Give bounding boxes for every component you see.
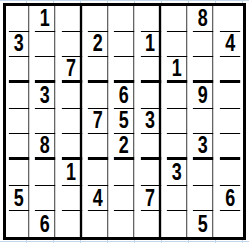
cell-r8c6[interactable]: 7 [141, 186, 162, 212]
cell-r7c1[interactable] [9, 160, 30, 186]
cell-r4c8[interactable]: 9 [193, 83, 214, 109]
cell-r3c8[interactable] [193, 57, 214, 83]
cell-r5c1[interactable] [9, 109, 30, 135]
cell-r2c5[interactable] [114, 32, 135, 58]
cell-r3c9[interactable] [220, 57, 241, 83]
cell-r4c3[interactable] [62, 83, 83, 109]
cell-r7c2[interactable] [35, 160, 56, 186]
page: 1832147136975382313547665 [0, 0, 249, 243]
cell-r1c9[interactable] [220, 6, 241, 32]
cell-r4c6[interactable] [141, 83, 162, 109]
cell-r6c6[interactable] [141, 134, 162, 160]
cell-r1c8[interactable]: 8 [193, 6, 214, 32]
cell-r3c4[interactable] [88, 57, 109, 83]
cell-r3c6[interactable] [141, 57, 162, 83]
cell-r9c9[interactable] [220, 211, 241, 237]
cell-r9c3[interactable] [62, 211, 83, 237]
cell-r4c9[interactable] [220, 83, 241, 109]
cell-r9c1[interactable] [9, 211, 30, 237]
sudoku-board: 1832147136975382313547665 [3, 3, 246, 240]
cell-r7c8[interactable] [193, 160, 214, 186]
cell-r9c4[interactable] [88, 211, 109, 237]
cell-r6c1[interactable] [9, 134, 30, 160]
cell-r7c3[interactable]: 1 [62, 160, 83, 186]
cell-r9c6[interactable] [141, 211, 162, 237]
cell-r4c4[interactable] [88, 83, 109, 109]
cell-r5c4[interactable]: 7 [88, 109, 109, 135]
cell-r3c2[interactable] [35, 57, 56, 83]
cell-r2c6[interactable]: 1 [141, 32, 162, 58]
cell-r5c9[interactable] [220, 109, 241, 135]
cell-r5c6[interactable]: 3 [141, 109, 162, 135]
cell-r8c2[interactable] [35, 186, 56, 212]
cell-r2c4[interactable]: 2 [88, 32, 109, 58]
cell-r3c5[interactable] [114, 57, 135, 83]
cell-r5c3[interactable] [62, 109, 83, 135]
cell-r6c5[interactable]: 2 [114, 134, 135, 160]
cell-r2c9[interactable]: 4 [220, 32, 241, 58]
cell-r4c2[interactable]: 3 [35, 83, 56, 109]
cell-r2c7[interactable] [167, 32, 188, 58]
cell-r8c3[interactable] [62, 186, 83, 212]
cell-r8c8[interactable] [193, 186, 214, 212]
cell-r5c8[interactable] [193, 109, 214, 135]
cell-r2c1[interactable]: 3 [9, 32, 30, 58]
cell-r4c7[interactable] [167, 83, 188, 109]
cell-r8c4[interactable]: 4 [88, 186, 109, 212]
cell-r3c1[interactable] [9, 57, 30, 83]
cell-r7c6[interactable] [141, 160, 162, 186]
cell-r4c5[interactable]: 6 [114, 83, 135, 109]
cell-r1c6[interactable] [141, 6, 162, 32]
cell-r5c2[interactable] [35, 109, 56, 135]
cell-r1c4[interactable] [88, 6, 109, 32]
cell-r6c8[interactable]: 3 [193, 134, 214, 160]
cell-r1c5[interactable] [114, 6, 135, 32]
cell-r5c7[interactable] [167, 109, 188, 135]
cell-r3c7[interactable]: 1 [167, 57, 188, 83]
cell-r9c5[interactable] [114, 211, 135, 237]
cell-r8c5[interactable] [114, 186, 135, 212]
cell-r1c1[interactable] [9, 6, 30, 32]
cell-r7c4[interactable] [88, 160, 109, 186]
cell-r3c3[interactable]: 7 [62, 57, 83, 83]
cell-r9c7[interactable] [167, 211, 188, 237]
cell-r6c2[interactable]: 8 [35, 134, 56, 160]
cell-r1c2[interactable]: 1 [35, 6, 56, 32]
cell-r4c1[interactable] [9, 83, 30, 109]
cell-r6c7[interactable] [167, 134, 188, 160]
cell-r1c3[interactable] [62, 6, 83, 32]
cell-r2c3[interactable] [62, 32, 83, 58]
cell-r6c3[interactable] [62, 134, 83, 160]
cell-r2c8[interactable] [193, 32, 214, 58]
cell-r8c1[interactable]: 5 [9, 186, 30, 212]
cell-r2c2[interactable] [35, 32, 56, 58]
cell-r7c5[interactable] [114, 160, 135, 186]
cell-r6c4[interactable] [88, 134, 109, 160]
cell-r6c9[interactable] [220, 134, 241, 160]
cell-r8c7[interactable] [167, 186, 188, 212]
cell-r8c9[interactable]: 6 [220, 186, 241, 212]
cell-r9c2[interactable]: 6 [35, 211, 56, 237]
cell-r7c7[interactable]: 3 [167, 160, 188, 186]
cell-r5c5[interactable]: 5 [114, 109, 135, 135]
cell-r9c8[interactable]: 5 [193, 211, 214, 237]
cell-r7c9[interactable] [220, 160, 241, 186]
cell-r1c7[interactable] [167, 6, 188, 32]
